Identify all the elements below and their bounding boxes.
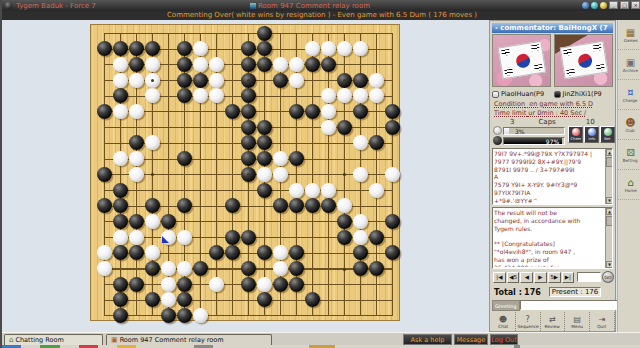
- side-menu-betting[interactable]: ⚄Betting: [618, 140, 640, 170]
- scroll-up-icon[interactable]: ▲: [606, 149, 613, 156]
- stone-black: [241, 277, 256, 292]
- stone-white: [113, 57, 128, 72]
- stone-black: [289, 277, 304, 292]
- stone-white: [289, 73, 304, 88]
- stone-white: [177, 230, 192, 245]
- message-button[interactable]: Message: [454, 334, 488, 345]
- scroll-down-icon[interactable]: ▼: [606, 261, 613, 268]
- stone-white: [145, 214, 160, 229]
- stone-white: [161, 261, 176, 276]
- stat-buttons: CheerInfoBet: [568, 126, 615, 143]
- stone-white: [273, 245, 288, 260]
- time-limit-line: Time limit ur 0min : 40 Sec /: [494, 109, 614, 117]
- stone-white: [289, 57, 304, 72]
- stone-white: [321, 120, 336, 135]
- stone-black: [241, 230, 256, 245]
- stone-white: [113, 230, 128, 245]
- stone-black: [257, 120, 272, 135]
- notify-orb-yellow[interactable]: [600, 2, 607, 9]
- greeting-row: Greeting: [492, 300, 614, 311]
- condition-line: Condition en game with 6.5 D: [494, 100, 614, 108]
- stone-black: [289, 261, 304, 276]
- maximize-button[interactable]: □: [620, 1, 629, 9]
- home-icon: ⌂: [627, 177, 633, 188]
- nav-button-5[interactable]: ▶|: [562, 272, 575, 283]
- panel-actions: ☻Chat?Sequence⇄Review▤Menu⇥Quit: [491, 312, 615, 331]
- home-icon: ⌂: [9, 337, 13, 344]
- stone-black: [321, 198, 336, 213]
- stone-black: [113, 292, 128, 307]
- stone-black: [385, 245, 400, 260]
- room-icon: [250, 3, 256, 9]
- stone-black: [129, 57, 144, 72]
- stone-black: [385, 120, 400, 135]
- stone-black: [241, 135, 256, 150]
- quit-icon: ⇥: [599, 315, 606, 324]
- stone-white: [113, 73, 128, 88]
- stone-white: [337, 41, 352, 56]
- white-support-bar: 3%: [503, 127, 565, 135]
- stone-black: [337, 120, 352, 135]
- side-menu-charge[interactable]: ¤Charge: [618, 80, 640, 110]
- kibitz-box: 79I7 9V+.*99@79X Y?X797974 | 7977 9799I9…: [492, 148, 613, 205]
- menu-button[interactable]: ▤Menu: [565, 312, 590, 331]
- result-message-text: The result will not be changed, in accor…: [494, 209, 604, 267]
- stone-black: [225, 198, 240, 213]
- stone-white: [193, 88, 208, 103]
- quit-button[interactable]: ⇥Quit: [590, 312, 615, 331]
- stone-black: [209, 245, 224, 260]
- minimize-button[interactable]: _: [609, 1, 618, 9]
- stone-black: [129, 135, 144, 150]
- chat-button[interactable]: ☻Chat: [491, 312, 516, 331]
- stone-black: [257, 41, 272, 56]
- present-move-box: Present : 176: [549, 287, 601, 297]
- stone-white: [353, 88, 368, 103]
- star-point: [247, 268, 250, 271]
- stone-white: [129, 151, 144, 166]
- result-message-box: The result will not be changed, in accor…: [492, 207, 613, 269]
- stone-white: [305, 183, 320, 198]
- stone-black: [305, 292, 320, 307]
- star-point: [343, 268, 346, 271]
- stone-white: [209, 277, 224, 292]
- nav-button-4[interactable]: 5▶: [548, 272, 561, 283]
- stone-white: [321, 183, 336, 198]
- present-move: 176: [585, 288, 598, 296]
- window-title: Tygem Baduk - Force 7: [16, 2, 96, 10]
- stone-black: [177, 277, 192, 292]
- stone-black: [177, 198, 192, 213]
- stone-black: [113, 214, 128, 229]
- stone-black: [145, 41, 160, 56]
- black-captures: 10: [586, 118, 595, 126]
- go-to-move-button[interactable]: GO: [602, 271, 614, 283]
- notify-orb-blue[interactable]: [582, 2, 589, 9]
- kibitz-text: 79I7 9V+.*99@79X Y?X797974 | 7977 9799I9…: [494, 150, 604, 203]
- stone-white: [129, 230, 144, 245]
- stone-white: [353, 167, 368, 182]
- stone-black: [177, 308, 192, 323]
- white-percent: 3%: [515, 128, 525, 135]
- side-menu-home[interactable]: ⌂Home: [618, 170, 640, 200]
- stone-white: [129, 73, 144, 88]
- black-stone-icon: [493, 136, 502, 145]
- stone-black: [225, 104, 240, 119]
- sequence-icon: ?: [526, 315, 530, 324]
- stone-black: [305, 104, 320, 119]
- stone-white: [369, 73, 384, 88]
- black-stone-icon: [554, 91, 561, 98]
- white-support-bar-row: 3%: [493, 126, 565, 135]
- stone-white: [337, 88, 352, 103]
- stone-black: [257, 135, 272, 150]
- stone-black: [385, 214, 400, 229]
- stone-white: [145, 135, 160, 150]
- stone-black: [225, 230, 240, 245]
- stone-black: [177, 73, 192, 88]
- bet-icon: [604, 128, 612, 136]
- stone-white: [337, 198, 352, 213]
- stone-black: [289, 104, 304, 119]
- stone-black: [257, 292, 272, 307]
- stone-black: [193, 73, 208, 88]
- korea-flag-icon: [498, 41, 546, 79]
- bet-button[interactable]: Bet: [600, 126, 615, 143]
- stone-black: [113, 183, 128, 198]
- stone-black: [305, 57, 320, 72]
- stone-black: [161, 308, 176, 323]
- stone-white: [257, 277, 272, 292]
- stone-black: [113, 198, 128, 213]
- stone-black: [369, 261, 384, 276]
- white-player-name: PiaoIHuan(P9: [492, 89, 554, 99]
- stone-white: [369, 88, 384, 103]
- stone-black: [273, 277, 288, 292]
- room-title: Room 947 Comment relay room: [250, 2, 370, 10]
- kibitz-scrollbar[interactable]: ▲ ▼: [605, 149, 612, 204]
- stone-white: [193, 57, 208, 72]
- white-player-flag-image: [492, 34, 551, 87]
- stone-black: [97, 104, 112, 119]
- stone-black: [129, 214, 144, 229]
- stone-white: [209, 57, 224, 72]
- stone-white: [353, 214, 368, 229]
- move-number-input[interactable]: [577, 272, 601, 282]
- stone-black: [241, 88, 256, 103]
- review-button[interactable]: ⇄Review: [541, 312, 566, 331]
- stone-black: [241, 41, 256, 56]
- game-info-panel: - commentator: BaiHongX (7 Piao: [489, 20, 616, 332]
- stone-white: [177, 261, 192, 276]
- side-menu: ▦Games▣Archive¤Charge☻Club⚄Betting⌂Home: [617, 20, 640, 332]
- stone-black: [305, 198, 320, 213]
- stone-black: [113, 277, 128, 292]
- betting-icon: ⚄: [626, 147, 635, 158]
- stone-black: [257, 245, 272, 260]
- stone-black: [353, 261, 368, 276]
- black-support-bar: 97%: [503, 137, 565, 145]
- title-bar: Tygem Baduk - Force 7 Room 947 Comment r…: [2, 0, 640, 11]
- stone-black: [385, 104, 400, 119]
- stone-black: [97, 41, 112, 56]
- review-icon: ⇄: [549, 315, 556, 324]
- cheer-icon: [572, 128, 580, 136]
- stone-black: [257, 57, 272, 72]
- player-names-row: PiaoIHuan(P9 JinZhiXi1(P9: [492, 89, 615, 99]
- stone-white: [97, 261, 112, 276]
- stone-black: [177, 57, 192, 72]
- bottom-tab-bar: ⌂ Chatting Room ▣ Room 947 Comment relay…: [2, 332, 640, 345]
- close-button[interactable]: ×: [631, 1, 640, 9]
- stone-white: [193, 41, 208, 56]
- scroll-down-icon[interactable]: ▼: [606, 197, 613, 204]
- stone-white: [321, 104, 336, 119]
- nav-button-2[interactable]: ◀: [520, 272, 533, 283]
- stone-white: [321, 88, 336, 103]
- stone-black: [113, 88, 128, 103]
- stone-black: [161, 214, 176, 229]
- app-window: Tygem Baduk - Force 7 Room 947 Comment r…: [0, 0, 640, 348]
- info-icon: [588, 128, 596, 136]
- games-icon: ▦: [626, 27, 635, 38]
- white-captures: 3: [510, 118, 514, 126]
- stone-white: [113, 151, 128, 166]
- stone-black: [273, 73, 288, 88]
- nav-button-1[interactable]: ◀5: [507, 272, 520, 283]
- stone-black: [113, 245, 128, 260]
- stone-black: [241, 151, 256, 166]
- stone-black: [241, 120, 256, 135]
- charge-icon: ¤: [627, 87, 633, 98]
- app-icon: [5, 2, 12, 9]
- ask-help-button[interactable]: Ask a help: [403, 334, 452, 345]
- stone-black: [97, 167, 112, 182]
- status-bar: Commenting Over( white wins by resignati…: [2, 11, 640, 20]
- stone-white: [353, 135, 368, 150]
- stone-white: [257, 167, 272, 182]
- cheer-button[interactable]: Cheer: [568, 126, 583, 143]
- greeting-label: Greeting: [492, 300, 520, 311]
- stone-white: [353, 41, 368, 56]
- stone-black: [353, 104, 368, 119]
- stone-black: [289, 151, 304, 166]
- stone-white: [273, 151, 288, 166]
- captures-row: 3 Caps 10: [494, 118, 612, 126]
- game-status-text: Commenting Over( white wins by resignati…: [2, 11, 640, 20]
- stone-black: [241, 104, 256, 119]
- stone-black: [369, 135, 384, 150]
- stone-white: [209, 73, 224, 88]
- side-menu-club[interactable]: ☻Club: [618, 110, 640, 140]
- white-stone-icon: [492, 91, 499, 98]
- total-moves: 176: [524, 288, 541, 297]
- stone-black: [289, 245, 304, 260]
- club-icon: ☻: [625, 117, 635, 128]
- stone-white: [369, 183, 384, 198]
- stone-white: [385, 167, 400, 182]
- black-player-name: JinZhiXi1(P9: [554, 89, 616, 99]
- notify-orb-cyan[interactable]: [591, 2, 598, 9]
- side-menu-games[interactable]: ▦Games: [618, 20, 640, 50]
- stone-black: [129, 41, 144, 56]
- nav-button-0[interactable]: |◀: [493, 272, 506, 283]
- stone-white: [305, 41, 320, 56]
- stone-black: [177, 41, 192, 56]
- black-player-flag-image: [554, 34, 613, 87]
- stone-black: [241, 57, 256, 72]
- stone-black: [129, 245, 144, 260]
- scroll-thumb[interactable]: [606, 157, 613, 167]
- stone-white: [145, 88, 160, 103]
- archive-icon: ▣: [626, 57, 635, 68]
- stone-black: [353, 245, 368, 260]
- chat-icon: ☻: [499, 315, 507, 324]
- stone-black: [97, 198, 112, 213]
- stone-white: [209, 88, 224, 103]
- move-count-row: Total : 176 Present : 176: [494, 286, 614, 298]
- black-support-bar-row: 97%: [493, 136, 565, 145]
- stone-white: [273, 57, 288, 72]
- captures-label: Caps: [538, 118, 555, 126]
- stone-white: [145, 245, 160, 260]
- scroll-thumb[interactable]: [606, 216, 613, 226]
- stone-black: [337, 230, 352, 245]
- stone-black: [289, 198, 304, 213]
- stone-black: [353, 73, 368, 88]
- stone-black: [257, 26, 272, 41]
- nav-button-3[interactable]: ▶: [534, 272, 547, 283]
- stone-black: [369, 230, 384, 245]
- stone-white: [353, 230, 368, 245]
- stone-black: [273, 198, 288, 213]
- stone-black: [129, 277, 144, 292]
- stone-black: [337, 214, 352, 229]
- stone-white: [273, 261, 288, 276]
- scroll-up-icon[interactable]: ▲: [606, 208, 613, 215]
- go-board[interactable]: [90, 24, 400, 321]
- stone-black: [113, 41, 128, 56]
- stone-white: [289, 183, 304, 198]
- stone-white: [129, 104, 144, 119]
- stone-white: [97, 245, 112, 260]
- stone-black: [145, 292, 160, 307]
- black-percent: 97%: [504, 138, 562, 144]
- stone-black: [177, 292, 192, 307]
- info-button[interactable]: Info: [584, 126, 599, 143]
- stone-black: [145, 198, 160, 213]
- stone-white: [321, 41, 336, 56]
- stone-black: [321, 57, 336, 72]
- stone-black: [177, 88, 192, 103]
- stone-white: [145, 57, 160, 72]
- message-scrollbar[interactable]: ▲ ▼: [605, 208, 612, 268]
- side-menu-archive[interactable]: ▣Archive: [618, 50, 640, 80]
- stone-white: [129, 167, 144, 182]
- stone-black: [257, 183, 272, 198]
- stone-white: [161, 277, 176, 292]
- move-navigation: |◀◀5◀▶5▶▶|GO: [493, 271, 614, 283]
- stone-black: [257, 151, 272, 166]
- stone-black: [225, 245, 240, 260]
- stone-black: [113, 308, 128, 323]
- korea-flag-icon: [560, 41, 608, 79]
- stone-black: [193, 261, 208, 276]
- menu-icon: ▤: [574, 315, 582, 324]
- stone-white: [161, 292, 176, 307]
- total-label: Total :: [494, 288, 522, 297]
- stone-white: [193, 308, 208, 323]
- last-move-marker-icon: [162, 236, 169, 243]
- white-stone-icon: [493, 126, 502, 135]
- logout-button[interactable]: Log Out: [490, 334, 518, 345]
- stone-black: [177, 151, 192, 166]
- stone-white: [113, 104, 128, 119]
- room-tab-icon: ▣: [111, 337, 118, 344]
- stone-white: [273, 167, 288, 182]
- sequence-button[interactable]: ?Sequence: [516, 312, 541, 331]
- star-point: [151, 268, 154, 271]
- commentator-header: - commentator: BaiHongX (7: [492, 23, 613, 33]
